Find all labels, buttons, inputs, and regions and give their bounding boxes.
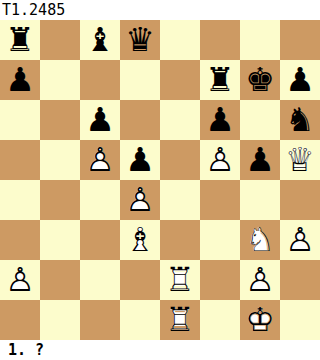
square-h5[interactable]: ♛♕ (280, 140, 320, 180)
square-g4[interactable] (240, 180, 280, 220)
piece-white-pawn: ♟♙ (240, 260, 280, 300)
piece-black-pawn: ♟ (0, 60, 40, 100)
square-h3[interactable]: ♟♙ (280, 220, 320, 260)
square-c5[interactable]: ♟♙ (80, 140, 120, 180)
square-g2[interactable]: ♟♙ (240, 260, 280, 300)
piece-white-pawn: ♟♙ (200, 140, 240, 180)
white-rook-glyph: ♖ (160, 260, 200, 300)
piece-white-knight: ♞♘ (240, 220, 280, 260)
white-queen-glyph: ♕ (280, 140, 320, 180)
piece-black-pawn: ♟ (200, 100, 240, 140)
square-e5[interactable] (160, 140, 200, 180)
square-f6[interactable]: ♟ (200, 100, 240, 140)
piece-white-rook: ♜♖ (160, 300, 200, 340)
square-g5[interactable]: ♟ (240, 140, 280, 180)
square-b1[interactable] (40, 300, 80, 340)
square-h6[interactable]: ♞ (280, 100, 320, 140)
chess-board: ♜♝♛♟♜♚♟♟♟♞♟♙♟♟♙♟♛♕♟♙♝♗♞♘♟♙♟♙♜♖♟♙♜♖♚♔ (0, 20, 320, 340)
black-knight-glyph: ♞ (280, 100, 320, 140)
piece-white-bishop: ♝♗ (120, 220, 160, 260)
square-f5[interactable]: ♟♙ (200, 140, 240, 180)
square-h4[interactable] (280, 180, 320, 220)
black-rook-glyph: ♜ (0, 20, 40, 60)
black-pawn-glyph: ♟ (240, 140, 280, 180)
square-h1[interactable] (280, 300, 320, 340)
square-g8[interactable] (240, 20, 280, 60)
piece-white-queen: ♛♕ (280, 140, 320, 180)
square-b3[interactable] (40, 220, 80, 260)
square-a8[interactable]: ♜ (0, 20, 40, 60)
square-c3[interactable] (80, 220, 120, 260)
square-e8[interactable] (160, 20, 200, 60)
piece-black-bishop: ♝ (80, 20, 120, 60)
piece-white-pawn: ♟♙ (0, 260, 40, 300)
white-rook-glyph: ♖ (160, 300, 200, 340)
black-bishop-glyph: ♝ (80, 20, 120, 60)
piece-black-knight: ♞ (280, 100, 320, 140)
black-pawn-glyph: ♟ (120, 140, 160, 180)
square-e3[interactable] (160, 220, 200, 260)
square-a1[interactable] (0, 300, 40, 340)
square-e4[interactable] (160, 180, 200, 220)
piece-black-pawn: ♟ (280, 60, 320, 100)
puzzle-id-label: T1.2485 (0, 1, 65, 19)
black-king-glyph: ♚ (240, 60, 280, 100)
square-c8[interactable]: ♝ (80, 20, 120, 60)
square-f8[interactable] (200, 20, 240, 60)
square-d8[interactable]: ♛ (120, 20, 160, 60)
square-a2[interactable]: ♟♙ (0, 260, 40, 300)
white-pawn-glyph: ♙ (120, 180, 160, 220)
piece-black-pawn: ♟ (80, 100, 120, 140)
piece-white-king: ♚♔ (240, 300, 280, 340)
white-pawn-glyph: ♙ (0, 260, 40, 300)
square-a6[interactable] (0, 100, 40, 140)
square-b4[interactable] (40, 180, 80, 220)
bottom-bar: 1. ? (0, 340, 320, 360)
square-c1[interactable] (80, 300, 120, 340)
white-pawn-glyph: ♙ (80, 140, 120, 180)
square-a3[interactable] (0, 220, 40, 260)
black-pawn-glyph: ♟ (80, 100, 120, 140)
square-e7[interactable] (160, 60, 200, 100)
square-e6[interactable] (160, 100, 200, 140)
move-prompt-label: 1. ? (0, 341, 44, 359)
white-king-glyph: ♔ (240, 300, 280, 340)
square-f3[interactable] (200, 220, 240, 260)
square-c7[interactable] (80, 60, 120, 100)
square-b8[interactable] (40, 20, 80, 60)
piece-black-pawn: ♟ (240, 140, 280, 180)
square-h7[interactable]: ♟ (280, 60, 320, 100)
square-b2[interactable] (40, 260, 80, 300)
square-g7[interactable]: ♚ (240, 60, 280, 100)
square-d1[interactable] (120, 300, 160, 340)
square-h2[interactable] (280, 260, 320, 300)
white-pawn-glyph: ♙ (280, 220, 320, 260)
square-f2[interactable] (200, 260, 240, 300)
square-d7[interactable] (120, 60, 160, 100)
white-knight-glyph: ♘ (240, 220, 280, 260)
white-pawn-glyph: ♙ (240, 260, 280, 300)
square-b5[interactable] (40, 140, 80, 180)
black-rook-glyph: ♜ (200, 60, 240, 100)
black-pawn-glyph: ♟ (0, 60, 40, 100)
white-pawn-glyph: ♙ (200, 140, 240, 180)
piece-black-pawn: ♟ (120, 140, 160, 180)
square-f4[interactable] (200, 180, 240, 220)
square-f1[interactable] (200, 300, 240, 340)
black-pawn-glyph: ♟ (200, 100, 240, 140)
square-g6[interactable] (240, 100, 280, 140)
piece-black-rook: ♜ (0, 20, 40, 60)
top-bar: T1.2485 (0, 0, 320, 20)
square-d6[interactable] (120, 100, 160, 140)
square-b6[interactable] (40, 100, 80, 140)
square-c4[interactable] (80, 180, 120, 220)
square-a4[interactable] (0, 180, 40, 220)
square-c6[interactable]: ♟ (80, 100, 120, 140)
black-queen-glyph: ♛ (120, 20, 160, 60)
square-g1[interactable]: ♚♔ (240, 300, 280, 340)
square-c2[interactable] (80, 260, 120, 300)
square-d3[interactable]: ♝♗ (120, 220, 160, 260)
square-a5[interactable] (0, 140, 40, 180)
square-b7[interactable] (40, 60, 80, 100)
square-d4[interactable]: ♟♙ (120, 180, 160, 220)
square-g3[interactable]: ♞♘ (240, 220, 280, 260)
piece-white-pawn: ♟♙ (120, 180, 160, 220)
square-d5[interactable]: ♟ (120, 140, 160, 180)
square-a7[interactable]: ♟ (0, 60, 40, 100)
white-bishop-glyph: ♗ (120, 220, 160, 260)
piece-white-pawn: ♟♙ (80, 140, 120, 180)
piece-white-rook: ♜♖ (160, 260, 200, 300)
square-h8[interactable] (280, 20, 320, 60)
piece-black-king: ♚ (240, 60, 280, 100)
square-d2[interactable] (120, 260, 160, 300)
square-e1[interactable]: ♜♖ (160, 300, 200, 340)
piece-black-rook: ♜ (200, 60, 240, 100)
black-pawn-glyph: ♟ (280, 60, 320, 100)
piece-black-queen: ♛ (120, 20, 160, 60)
piece-white-pawn: ♟♙ (280, 220, 320, 260)
square-f7[interactable]: ♜ (200, 60, 240, 100)
square-e2[interactable]: ♜♖ (160, 260, 200, 300)
